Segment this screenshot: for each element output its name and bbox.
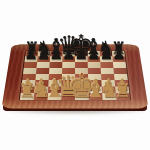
chess-set-photo: ♜♞♝♛♚♝♞♜♟♟♟♟♟♟♟♟♟♟♟♟♟♟♟♟♜♞♝♛♚♝♞♜: [0, 0, 150, 150]
white-king-finial: [81, 73, 83, 76]
piece-black-pawn-b7: ♟: [37, 47, 50, 62]
pieces-layer: ♜♞♝♛♚♝♞♜♟♟♟♟♟♟♟♟♟♟♟♟♟♟♟♟♜♞♝♛♚♝♞♜: [0, 0, 150, 150]
piece-black-pawn-d7: ♟: [62, 47, 75, 62]
piece-black-pawn-h7: ♟: [112, 47, 125, 62]
piece-black-pawn-f7: ♟: [87, 47, 100, 62]
piece-white-rook-h1: ♜: [114, 81, 131, 100]
piece-black-pawn-c7: ♟: [49, 47, 62, 62]
piece-black-pawn-e7: ♟: [75, 47, 88, 62]
piece-black-pawn-g7: ♟: [100, 47, 113, 62]
piece-black-pawn-a7: ♟: [24, 47, 37, 62]
